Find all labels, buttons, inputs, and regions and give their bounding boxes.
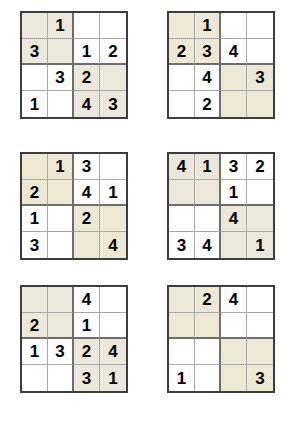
cell-r1c1	[22, 13, 48, 39]
cell-r3c2	[195, 339, 221, 365]
puzzle-5: 421132431	[20, 285, 128, 393]
cell-r1c2: 1	[48, 154, 74, 180]
cell-r4c2	[48, 232, 74, 258]
cell-r3c1	[22, 65, 48, 91]
cell-r3c2: 3	[48, 339, 74, 365]
puzzle-4: 413214341	[167, 152, 275, 260]
cell-r1c3: 4	[74, 287, 100, 313]
cell-r1c4	[247, 287, 273, 313]
cell-r1c1	[169, 13, 195, 39]
cell-r4c4: 3	[100, 91, 126, 117]
puzzle-6: 2413	[167, 285, 275, 393]
cell-r4c1: 3	[22, 232, 48, 258]
cell-r3c3: 2	[74, 206, 100, 232]
cell-r3c3: 2	[74, 65, 100, 91]
cell-r4c3: 3	[74, 365, 100, 391]
cell-r1c1	[22, 287, 48, 313]
cell-r3c4: 3	[247, 65, 273, 91]
cell-r3c4: 4	[100, 339, 126, 365]
cell-r2c1: 2	[22, 313, 48, 339]
cell-r3c4	[247, 339, 273, 365]
cell-r1c2: 1	[195, 154, 221, 180]
cell-r4c1: 1	[169, 365, 195, 391]
cell-r2c2	[195, 180, 221, 206]
cell-r1c2: 1	[195, 13, 221, 39]
cell-r4c4: 1	[100, 365, 126, 391]
cell-r3c2	[195, 206, 221, 232]
cell-r3c1	[169, 65, 195, 91]
cell-r4c3	[74, 232, 100, 258]
cell-r4c3	[221, 365, 247, 391]
cell-r3c2: 4	[195, 65, 221, 91]
cell-r1c2	[48, 287, 74, 313]
cell-r1c3: 4	[221, 287, 247, 313]
cell-r2c2	[195, 313, 221, 339]
cell-r3c3: 2	[74, 339, 100, 365]
cell-r3c4	[100, 206, 126, 232]
puzzle-3: 132411234	[20, 152, 128, 260]
cell-r4c1: 1	[22, 91, 48, 117]
cell-r1c4	[100, 154, 126, 180]
cell-r4c3	[221, 91, 247, 117]
cell-r1c2: 1	[48, 13, 74, 39]
cell-r3c3: 4	[221, 206, 247, 232]
cell-r4c2: 2	[195, 91, 221, 117]
cell-r4c1	[169, 91, 195, 117]
cell-r2c2	[48, 180, 74, 206]
cell-r2c4	[247, 180, 273, 206]
cell-r4c2	[195, 365, 221, 391]
cell-r1c1	[169, 287, 195, 313]
puzzle-1: 131232143	[20, 11, 128, 119]
cell-r4c4	[247, 91, 273, 117]
cell-r4c1: 3	[169, 232, 195, 258]
cell-r2c4: 1	[100, 180, 126, 206]
cell-r3c3	[221, 339, 247, 365]
cell-r3c3	[221, 65, 247, 91]
cell-r2c1: 3	[22, 39, 48, 65]
cell-r3c1: 1	[22, 339, 48, 365]
cell-r4c4: 1	[247, 232, 273, 258]
cell-r4c3	[221, 232, 247, 258]
cell-r2c1	[169, 313, 195, 339]
cell-r2c4	[247, 39, 273, 65]
cell-r2c3: 4	[221, 39, 247, 65]
cell-r2c3: 4	[74, 180, 100, 206]
cell-r3c1: 1	[22, 206, 48, 232]
cell-r2c2	[48, 39, 74, 65]
cell-r3c1	[169, 339, 195, 365]
cell-r4c2	[48, 365, 74, 391]
cell-r1c4: 2	[247, 154, 273, 180]
cell-r2c3: 1	[221, 180, 247, 206]
puzzle-2: 1234432	[167, 11, 275, 119]
cell-r2c3: 1	[74, 39, 100, 65]
cell-r1c4	[100, 287, 126, 313]
sudoku-worksheet: 131232143 1234432 132411234 413214341 42…	[0, 0, 300, 424]
cell-r3c4	[247, 206, 273, 232]
cell-r4c4: 3	[247, 365, 273, 391]
cell-r1c3	[221, 13, 247, 39]
cell-r1c3: 3	[221, 154, 247, 180]
cell-r2c2: 3	[195, 39, 221, 65]
cell-r3c2: 3	[48, 65, 74, 91]
cell-r1c4	[100, 13, 126, 39]
cell-r1c3	[74, 13, 100, 39]
cell-r2c4	[100, 313, 126, 339]
cell-r4c4: 4	[100, 232, 126, 258]
cell-r2c1	[169, 180, 195, 206]
cell-r2c4	[247, 313, 273, 339]
cell-r2c1: 2	[22, 180, 48, 206]
cell-r1c1: 4	[169, 154, 195, 180]
cell-r3c4	[100, 65, 126, 91]
cell-r3c1	[169, 206, 195, 232]
cell-r1c3: 3	[74, 154, 100, 180]
cell-r1c1	[22, 154, 48, 180]
cell-r1c2: 2	[195, 287, 221, 313]
cell-r2c4: 2	[100, 39, 126, 65]
cell-r1c4	[247, 13, 273, 39]
cell-r2c1: 2	[169, 39, 195, 65]
cell-r2c2	[48, 313, 74, 339]
cell-r2c3: 1	[74, 313, 100, 339]
cell-r4c2: 4	[195, 232, 221, 258]
cell-r3c2	[48, 206, 74, 232]
cell-r4c2	[48, 91, 74, 117]
cell-r2c3	[221, 313, 247, 339]
cell-r4c3: 4	[74, 91, 100, 117]
cell-r4c1	[22, 365, 48, 391]
